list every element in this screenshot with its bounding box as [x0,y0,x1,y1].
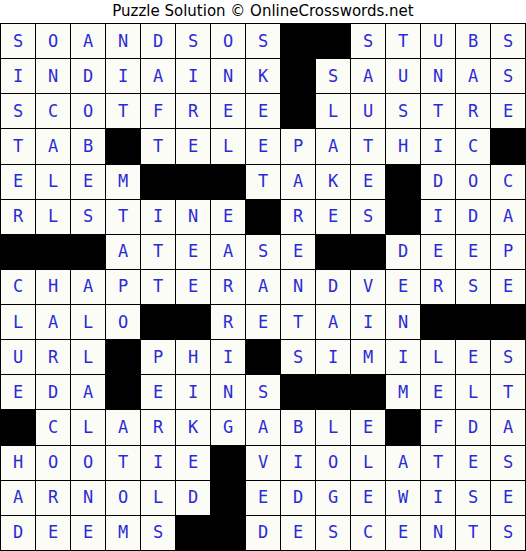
grid-cell-r3c5[interactable]: F [141,94,175,128]
cell-letter: S [258,33,268,50]
cell-letter: S [503,68,513,85]
grid-cell-r13c10[interactable]: O [316,446,350,480]
cell-letter: U [363,103,373,120]
cell-letter: M [118,524,128,541]
grid-cell-r15c11[interactable]: C [351,516,385,550]
cell-letter: T [118,454,128,471]
grid-cell-r15c1[interactable]: D [1,516,35,550]
grid-cell-r14c12[interactable]: W [386,481,420,515]
cell-letter: A [328,138,338,155]
grid-cell-r10c15[interactable]: S [491,340,525,374]
cell-letter: D [48,384,58,401]
cell-letter: D [433,173,443,190]
grid-cell-r4c7[interactable]: L [211,129,245,163]
block-cell-r7c10 [316,235,350,269]
cell-letter: S [398,103,408,120]
grid-cell-r4c12[interactable]: H [386,129,420,163]
grid-cell-r4c14[interactable]: C [456,129,490,163]
grid-cell-r8c9[interactable]: N [281,270,315,304]
grid-cell-r6c15[interactable]: A [491,200,525,234]
title-bar: Puzzle Solution © OnlineCrosswords.net [0,0,526,23]
grid-cell-r4c1[interactable]: T [1,129,35,163]
grid-cell-r9c4[interactable]: O [106,305,140,339]
block-cell-r5c12 [386,165,420,199]
grid-cell-r5c10[interactable]: K [316,165,350,199]
grid-cell-r6c14[interactable]: D [456,200,490,234]
grid-cell-r11c6[interactable]: I [176,375,210,409]
grid-cell-r2c3[interactable]: D [71,59,105,93]
block-cell-r6c12 [386,200,420,234]
cell-letter: N [223,68,233,85]
grid-cell-r3c12[interactable]: S [386,94,420,128]
cell-letter: O [223,33,233,50]
grid-cell-r6c11[interactable]: S [351,200,385,234]
grid-cell-r2c11[interactable]: A [351,59,385,93]
grid-cell-r10c7[interactable]: I [211,340,245,374]
cell-letter: E [258,489,268,506]
grid-cell-r12c11[interactable]: E [351,410,385,444]
cell-letter: D [468,208,478,225]
block-cell-r9c5 [141,305,175,339]
cell-letter: O [48,33,58,50]
cell-letter: B [468,33,478,50]
grid-cell-r7c12[interactable]: D [386,235,420,269]
grid-cell-r8c3[interactable]: A [71,270,105,304]
cell-letter: A [223,243,233,260]
cell-letter: A [118,243,128,260]
block-cell-r6c8 [246,200,280,234]
grid-cell-r13c5[interactable]: I [141,446,175,480]
grid-cell-r14c14[interactable]: S [456,481,490,515]
grid-cell-r11c8[interactable]: S [246,375,280,409]
grid-cell-r8c1[interactable]: C [1,270,35,304]
grid-cell-r6c7[interactable]: E [211,200,245,234]
grid-cell-r8c13[interactable]: R [421,270,455,304]
grid-cell-r2c14[interactable]: A [456,59,490,93]
grid-cell-r14c13[interactable]: I [421,481,455,515]
grid-cell-r15c12[interactable]: E [386,516,420,550]
cell-letter: N [83,489,93,506]
grid-cell-r8c15[interactable]: E [491,270,525,304]
grid-cell-r1c15[interactable]: S [491,24,525,58]
grid-cell-r2c5[interactable]: A [141,59,175,93]
cell-letter: B [83,138,93,155]
grid-cell-r1c14[interactable]: B [456,24,490,58]
cell-letter: N [48,68,58,85]
grid-cell-r11c12[interactable]: M [386,375,420,409]
grid-cell-r4c3[interactable]: B [71,129,105,163]
grid-cell-r7c9[interactable]: E [281,235,315,269]
cell-letter: L [433,349,443,366]
block-cell-r1c10 [316,24,350,58]
grid-cell-r6c13[interactable]: I [421,200,455,234]
grid-cell-r4c11[interactable]: T [351,129,385,163]
grid-cell-r5c2[interactable]: L [36,165,70,199]
grid-cell-r1c6[interactable]: S [176,24,210,58]
grid-cell-r10c10[interactable]: I [316,340,350,374]
grid-cell-r1c3[interactable]: A [71,24,105,58]
cell-letter: U [398,68,408,85]
grid-cell-r13c1[interactable]: H [1,446,35,480]
grid-cell-r8c10[interactable]: D [316,270,350,304]
grid-cell-r5c9[interactable]: A [281,165,315,199]
block-cell-r10c8 [246,340,280,374]
cell-letter: K [258,68,268,85]
cell-letter: R [293,208,303,225]
grid-cell-r5c4[interactable]: M [106,165,140,199]
cell-letter: V [363,278,373,295]
cell-letter: M [118,173,128,190]
grid-cell-r9c12[interactable]: N [386,305,420,339]
grid-cell-r7c15[interactable]: P [491,235,525,269]
page: Puzzle Solution © OnlineCrosswords.net S… [0,0,526,551]
cell-letter: S [468,278,478,295]
grid-cell-r2c13[interactable]: N [421,59,455,93]
cell-letter: U [13,349,23,366]
cell-letter: O [468,173,478,190]
cell-letter: T [153,278,163,295]
grid-cell-r12c8[interactable]: A [246,410,280,444]
grid-cell-r13c11[interactable]: L [351,446,385,480]
grid-cell-r14c6[interactable]: D [176,481,210,515]
grid-cell-r8c5[interactable]: T [141,270,175,304]
block-cell-r7c11 [351,235,385,269]
grid-cell-r15c5[interactable]: S [141,516,175,550]
grid-cell-r5c15[interactable]: C [491,165,525,199]
block-cell-r5c6 [176,165,210,199]
cell-letter: S [468,489,478,506]
grid-cell-r4c9[interactable]: P [281,129,315,163]
grid-cell-r10c6[interactable]: H [176,340,210,374]
cell-letter: R [188,103,198,120]
cell-letter: A [153,68,163,85]
cell-letter: D [293,489,303,506]
grid-cell-r3c15[interactable]: E [491,94,525,128]
cell-letter: A [503,419,513,436]
block-cell-r7c1 [1,235,35,269]
grid-cell-r2c8[interactable]: K [246,59,280,93]
grid-cell-r2c15[interactable]: S [491,59,525,93]
cell-letter: N [223,384,233,401]
grid-cell-r13c4[interactable]: T [106,446,140,480]
cell-letter: F [433,419,443,436]
grid-cell-r7c6[interactable]: E [176,235,210,269]
grid-cell-r6c6[interactable]: N [176,200,210,234]
block-cell-r7c3 [71,235,105,269]
grid-cell-r10c5[interactable]: P [141,340,175,374]
cell-letter: T [118,103,128,120]
cell-letter: L [48,208,58,225]
grid-cell-r13c14[interactable]: E [456,446,490,480]
crossword-grid: SOANDSOSSTUBSINDIAINKSAUNASSCOTFREELUSTR… [0,23,526,551]
grid-cell-r7c7[interactable]: A [211,235,245,269]
cell-letter: A [328,314,338,331]
block-cell-r12c1 [1,410,35,444]
grid-cell-r8c14[interactable]: S [456,270,490,304]
block-cell-r11c11 [351,375,385,409]
grid-cell-r14c15[interactable]: E [491,481,525,515]
cell-letter: T [503,384,513,401]
grid-cell-r7c5[interactable]: T [141,235,175,269]
cell-letter: R [223,314,233,331]
cell-letter: S [13,103,23,120]
grid-cell-r10c2[interactable]: R [36,340,70,374]
block-cell-r11c10 [316,375,350,409]
grid-cell-r12c7[interactable]: G [211,410,245,444]
grid-cell-r8c8[interactable]: A [246,270,280,304]
grid-cell-r7c8[interactable]: S [246,235,280,269]
grid-cell-r5c14[interactable]: O [456,165,490,199]
grid-cell-r12c15[interactable]: A [491,410,525,444]
grid-cell-r2c1[interactable]: I [1,59,35,93]
grid-cell-r9c10[interactable]: A [316,305,350,339]
grid-cell-r8c7[interactable]: R [211,270,245,304]
grid-cell-r11c15[interactable]: T [491,375,525,409]
grid-cell-r14c5[interactable]: L [141,481,175,515]
cell-letter: A [48,138,58,155]
grid-cell-r12c14[interactable]: D [456,410,490,444]
grid-cell-r1c1[interactable]: S [1,24,35,58]
grid-cell-r13c15[interactable]: S [491,446,525,480]
grid-cell-r2c2[interactable]: N [36,59,70,93]
cell-letter: I [188,384,198,401]
grid-cell-r3c2[interactable]: C [36,94,70,128]
grid-cell-r2c10[interactable]: S [316,59,350,93]
grid-cell-r1c13[interactable]: U [421,24,455,58]
grid-cell-r11c3[interactable]: A [71,375,105,409]
block-cell-r11c9 [281,375,315,409]
cell-letter: E [223,103,233,120]
cell-letter: H [188,349,198,366]
grid-cell-r13c9[interactable]: I [281,446,315,480]
cell-letter: G [328,489,338,506]
grid-cell-r12c10[interactable]: L [316,410,350,444]
grid-cell-r15c3[interactable]: E [71,516,105,550]
grid-cell-r10c3[interactable]: L [71,340,105,374]
cell-letter: I [153,208,163,225]
cell-letter: E [188,138,198,155]
cell-letter: T [153,138,163,155]
grid-cell-r12c3[interactable]: L [71,410,105,444]
cell-letter: O [83,103,93,120]
cell-letter: N [118,33,128,50]
block-cell-r15c7 [211,516,245,550]
cell-letter: L [223,138,233,155]
cell-letter: C [48,419,58,436]
grid-cell-r1c2[interactable]: O [36,24,70,58]
grid-cell-r8c6[interactable]: E [176,270,210,304]
grid-cell-r10c11[interactable]: M [351,340,385,374]
grid-cell-r14c3[interactable]: N [71,481,105,515]
grid-cell-r15c15[interactable]: S [491,516,525,550]
cell-letter: W [398,489,408,506]
grid-cell-r10c1[interactable]: U [1,340,35,374]
grid-cell-r6c10[interactable]: E [316,200,350,234]
grid-cell-r2c4[interactable]: I [106,59,140,93]
grid-cell-r8c4[interactable]: P [106,270,140,304]
cell-letter: M [363,349,373,366]
cell-letter: N [398,314,408,331]
grid-cell-r6c1[interactable]: R [1,200,35,234]
grid-cell-r3c6[interactable]: R [176,94,210,128]
grid-cell-r11c1[interactable]: E [1,375,35,409]
cell-letter: E [398,278,408,295]
grid-cell-r5c13[interactable]: D [421,165,455,199]
grid-cell-r9c1[interactable]: L [1,305,35,339]
grid-cell-r15c2[interactable]: E [36,516,70,550]
grid-cell-r3c10[interactable]: L [316,94,350,128]
grid-cell-r10c12[interactable]: I [386,340,420,374]
grid-cell-r2c7[interactable]: N [211,59,245,93]
grid-cell-r7c4[interactable]: A [106,235,140,269]
cell-letter: E [188,243,198,260]
cell-letter: O [83,454,93,471]
grid-cell-r12c6[interactable]: K [176,410,210,444]
grid-cell-r10c13[interactable]: L [421,340,455,374]
grid-cell-r4c8[interactable]: E [246,129,280,163]
block-cell-r3c9 [281,94,315,128]
block-cell-r12c12 [386,410,420,444]
grid-cell-r10c9[interactable]: S [281,340,315,374]
grid-cell-r2c12[interactable]: U [386,59,420,93]
grid-cell-r6c5[interactable]: I [141,200,175,234]
cell-letter: E [363,489,373,506]
cell-letter: I [363,314,373,331]
cell-letter: E [503,489,513,506]
grid-cell-r3c4[interactable]: T [106,94,140,128]
grid-cell-r15c9[interactable]: E [281,516,315,550]
grid-cell-r12c9[interactable]: B [281,410,315,444]
grid-cell-r1c4[interactable]: N [106,24,140,58]
grid-cell-r5c11[interactable]: E [351,165,385,199]
grid-cell-r2c6[interactable]: I [176,59,210,93]
grid-cell-r8c2[interactable]: H [36,270,70,304]
grid-cell-r15c13[interactable]: N [421,516,455,550]
cell-letter: S [153,524,163,541]
grid-cell-r13c13[interactable]: T [421,446,455,480]
grid-cell-r5c1[interactable]: E [1,165,35,199]
cell-letter: A [503,208,513,225]
cell-letter: A [293,173,303,190]
grid-cell-r12c13[interactable]: F [421,410,455,444]
grid-cell-r9c3[interactable]: L [71,305,105,339]
grid-cell-r12c2[interactable]: C [36,410,70,444]
grid-cell-r3c14[interactable]: R [456,94,490,128]
cell-letter: E [13,384,23,401]
cell-letter: S [13,33,23,50]
cell-letter: I [223,349,233,366]
cell-letter: S [328,524,338,541]
grid-cell-r14c4[interactable]: O [106,481,140,515]
cell-letter: L [48,173,58,190]
cell-letter: N [433,524,443,541]
grid-cell-r10c14[interactable]: E [456,340,490,374]
grid-cell-r11c2[interactable]: D [36,375,70,409]
grid-cell-r13c2[interactable]: O [36,446,70,480]
cell-letter: A [83,384,93,401]
grid-cell-r7c13[interactable]: E [421,235,455,269]
cell-letter: I [433,489,443,506]
grid-cell-r15c10[interactable]: S [316,516,350,550]
grid-cell-r4c13[interactable]: I [421,129,455,163]
cell-letter: S [188,33,198,50]
grid-cell-r4c10[interactable]: A [316,129,350,163]
grid-cell-r1c5[interactable]: D [141,24,175,58]
grid-cell-r3c1[interactable]: S [1,94,35,128]
grid-cell-r8c12[interactable]: E [386,270,420,304]
cell-letter: E [258,314,268,331]
grid-cell-r9c9[interactable]: T [281,305,315,339]
grid-cell-r11c5[interactable]: E [141,375,175,409]
grid-cell-r9c7[interactable]: R [211,305,245,339]
grid-cell-r6c4[interactable]: T [106,200,140,234]
cell-letter: I [433,208,443,225]
grid-cell-r15c4[interactable]: M [106,516,140,550]
grid-cell-r3c11[interactable]: U [351,94,385,128]
grid-cell-r14c8[interactable]: E [246,481,280,515]
grid-cell-r11c13[interactable]: E [421,375,455,409]
cell-letter: I [293,454,303,471]
grid-cell-r6c2[interactable]: L [36,200,70,234]
grid-cell-r8c11[interactable]: V [351,270,385,304]
grid-cell-r5c3[interactable]: E [71,165,105,199]
grid-cell-r1c12[interactable]: T [386,24,420,58]
grid-cell-r9c2[interactable]: A [36,305,70,339]
grid-cell-r3c3[interactable]: O [71,94,105,128]
grid-cell-r3c13[interactable]: T [421,94,455,128]
grid-cell-r12c5[interactable]: R [141,410,175,444]
grid-cell-r4c6[interactable]: E [176,129,210,163]
cell-letter: G [223,419,233,436]
grid-cell-r15c8[interactable]: D [246,516,280,550]
grid-cell-r1c11[interactable]: S [351,24,385,58]
cell-letter: E [503,278,513,295]
grid-cell-r11c7[interactable]: N [211,375,245,409]
grid-cell-r13c6[interactable]: E [176,446,210,480]
block-cell-r5c5 [141,165,175,199]
grid-cell-r7c14[interactable]: E [456,235,490,269]
cell-letter: O [48,454,58,471]
grid-cell-r1c7[interactable]: O [211,24,245,58]
cell-letter: S [363,33,373,50]
grid-cell-r9c8[interactable]: E [246,305,280,339]
grid-cell-r14c9[interactable]: D [281,481,315,515]
grid-cell-r4c2[interactable]: A [36,129,70,163]
grid-cell-r4c5[interactable]: T [141,129,175,163]
grid-cell-r5c8[interactable]: T [246,165,280,199]
grid-cell-r3c8[interactable]: E [246,94,280,128]
grid-cell-r6c3[interactable]: S [71,200,105,234]
grid-cell-r14c1[interactable]: A [1,481,35,515]
grid-cell-r14c2[interactable]: R [36,481,70,515]
grid-cell-r6c9[interactable]: R [281,200,315,234]
grid-cell-r11c14[interactable]: L [456,375,490,409]
cell-letter: E [258,138,268,155]
grid-cell-r1c8[interactable]: S [246,24,280,58]
grid-cell-r15c14[interactable]: T [456,516,490,550]
grid-cell-r9c11[interactable]: I [351,305,385,339]
grid-cell-r13c8[interactable]: V [246,446,280,480]
cell-letter: T [433,103,443,120]
cell-letter: P [293,138,303,155]
grid-cell-r14c11[interactable]: E [351,481,385,515]
grid-cell-r14c10[interactable]: G [316,481,350,515]
grid-cell-r12c4[interactable]: A [106,410,140,444]
grid-cell-r13c3[interactable]: O [71,446,105,480]
grid-cell-r13c12[interactable]: A [386,446,420,480]
cell-letter: E [223,208,233,225]
grid-cell-r3c7[interactable]: E [211,94,245,128]
